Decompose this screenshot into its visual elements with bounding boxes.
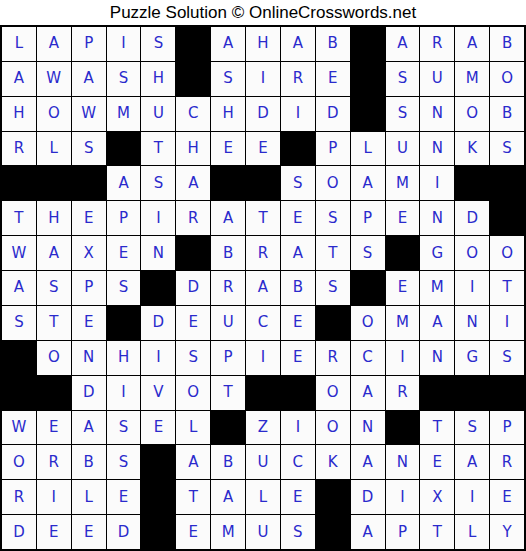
black-cell bbox=[141, 271, 175, 305]
letter-cell: E bbox=[246, 132, 280, 166]
letter-cell: A bbox=[351, 166, 385, 200]
black-cell bbox=[281, 132, 315, 166]
black-cell bbox=[176, 27, 210, 61]
letter-cell: R bbox=[37, 445, 71, 479]
letter-cell: E bbox=[37, 515, 71, 549]
letter-cell: H bbox=[211, 97, 245, 131]
letter-cell: I bbox=[37, 480, 71, 514]
black-cell bbox=[107, 306, 141, 340]
letter-cell: A bbox=[176, 445, 210, 479]
black-cell bbox=[316, 480, 350, 514]
black-cell bbox=[107, 132, 141, 166]
letter-cell: U bbox=[246, 445, 280, 479]
letter-cell: S bbox=[386, 62, 420, 96]
letter-cell: Y bbox=[490, 515, 524, 549]
black-cell bbox=[490, 166, 524, 200]
black-cell bbox=[351, 97, 385, 131]
letter-cell: S bbox=[211, 62, 245, 96]
letter-cell: P bbox=[72, 27, 106, 61]
letter-cell: S bbox=[107, 62, 141, 96]
letter-cell: W bbox=[37, 62, 71, 96]
letter-cell: L bbox=[37, 132, 71, 166]
letter-cell: A bbox=[281, 27, 315, 61]
letter-cell: H bbox=[246, 27, 280, 61]
letter-cell: O bbox=[37, 97, 71, 131]
letter-cell: R bbox=[420, 27, 454, 61]
letter-cell: A bbox=[211, 480, 245, 514]
letter-cell: E bbox=[37, 411, 71, 445]
black-cell bbox=[386, 411, 420, 445]
black-cell bbox=[351, 27, 385, 61]
black-cell bbox=[316, 515, 350, 549]
black-cell bbox=[211, 166, 245, 200]
letter-cell: R bbox=[246, 236, 280, 270]
black-cell bbox=[351, 62, 385, 96]
letter-cell: A bbox=[176, 166, 210, 200]
letter-cell: D bbox=[107, 515, 141, 549]
letter-cell: C bbox=[176, 97, 210, 131]
black-cell bbox=[386, 236, 420, 270]
letter-cell: T bbox=[420, 515, 454, 549]
letter-cell: T bbox=[316, 236, 350, 270]
black-cell bbox=[490, 376, 524, 410]
letter-cell: E bbox=[72, 306, 106, 340]
black-cell bbox=[37, 166, 71, 200]
black-cell bbox=[420, 376, 454, 410]
letter-cell: T bbox=[246, 201, 280, 235]
letter-cell: H bbox=[107, 341, 141, 375]
letter-cell: R bbox=[316, 341, 350, 375]
letter-cell: R bbox=[490, 445, 524, 479]
letter-cell: S bbox=[141, 27, 175, 61]
letter-cell: A bbox=[351, 515, 385, 549]
letter-cell: S bbox=[316, 201, 350, 235]
letter-cell: E bbox=[72, 201, 106, 235]
letter-cell: E bbox=[281, 341, 315, 375]
letter-cell: N bbox=[72, 341, 106, 375]
letter-cell: C bbox=[351, 341, 385, 375]
black-cell bbox=[246, 376, 280, 410]
letter-cell: O bbox=[490, 62, 524, 96]
letter-cell: I bbox=[246, 62, 280, 96]
letter-cell: U bbox=[420, 62, 454, 96]
letter-cell: I bbox=[107, 376, 141, 410]
letter-cell: I bbox=[246, 341, 280, 375]
letter-cell: N bbox=[420, 341, 454, 375]
letter-cell: W bbox=[2, 236, 36, 270]
letter-cell: B bbox=[490, 97, 524, 131]
letter-cell: O bbox=[351, 306, 385, 340]
letter-cell: O bbox=[455, 236, 489, 270]
letter-cell: P bbox=[107, 201, 141, 235]
letter-cell: D bbox=[246, 97, 280, 131]
letter-cell: E bbox=[281, 306, 315, 340]
letter-cell: O bbox=[2, 445, 36, 479]
letter-cell: S bbox=[176, 341, 210, 375]
letter-cell: I bbox=[455, 480, 489, 514]
black-cell bbox=[2, 341, 36, 375]
page-title: Puzzle Solution © OnlineCrosswords.net bbox=[0, 0, 526, 25]
letter-cell: R bbox=[176, 201, 210, 235]
letter-cell: M bbox=[455, 62, 489, 96]
letter-cell: S bbox=[386, 97, 420, 131]
letter-cell: I bbox=[281, 97, 315, 131]
letter-cell: E bbox=[176, 306, 210, 340]
black-cell bbox=[246, 166, 280, 200]
letter-cell: E bbox=[281, 201, 315, 235]
black-cell bbox=[316, 306, 350, 340]
letter-cell: S bbox=[316, 271, 350, 305]
letter-cell: T bbox=[2, 201, 36, 235]
letter-cell: A bbox=[2, 271, 36, 305]
letter-cell: M bbox=[386, 306, 420, 340]
letter-cell: E bbox=[316, 62, 350, 96]
black-cell bbox=[281, 376, 315, 410]
letter-cell: M bbox=[420, 271, 454, 305]
black-cell bbox=[37, 376, 71, 410]
letter-cell: P bbox=[351, 201, 385, 235]
letter-cell: I bbox=[455, 271, 489, 305]
letter-cell: A bbox=[37, 236, 71, 270]
letter-cell: A bbox=[2, 62, 36, 96]
letter-cell: N bbox=[455, 306, 489, 340]
letter-cell: S bbox=[72, 132, 106, 166]
letter-cell: A bbox=[455, 27, 489, 61]
letter-cell: S bbox=[107, 411, 141, 445]
letter-cell: S bbox=[490, 132, 524, 166]
letter-cell: B bbox=[490, 27, 524, 61]
letter-cell: E bbox=[107, 236, 141, 270]
letter-cell: P bbox=[386, 515, 420, 549]
letter-cell: S bbox=[141, 166, 175, 200]
letter-cell: D bbox=[351, 480, 385, 514]
black-cell bbox=[2, 166, 36, 200]
letter-cell: O bbox=[490, 236, 524, 270]
letter-cell: R bbox=[281, 62, 315, 96]
letter-cell: L bbox=[455, 515, 489, 549]
letter-cell: R bbox=[2, 480, 36, 514]
letter-cell: P bbox=[316, 132, 350, 166]
letter-cell: L bbox=[2, 27, 36, 61]
letter-cell: I bbox=[107, 27, 141, 61]
letter-cell: D bbox=[141, 306, 175, 340]
letter-cell: M bbox=[386, 166, 420, 200]
black-cell bbox=[351, 271, 385, 305]
letter-cell: S bbox=[490, 341, 524, 375]
letter-cell: O bbox=[316, 166, 350, 200]
letter-cell: O bbox=[37, 341, 71, 375]
letter-cell: U bbox=[386, 132, 420, 166]
letter-cell: U bbox=[246, 515, 280, 549]
letter-cell: C bbox=[246, 306, 280, 340]
letter-cell: A bbox=[72, 411, 106, 445]
letter-cell: I bbox=[386, 480, 420, 514]
letter-cell: P bbox=[490, 411, 524, 445]
black-cell bbox=[455, 166, 489, 200]
letter-cell: S bbox=[37, 271, 71, 305]
letter-cell: A bbox=[246, 271, 280, 305]
letter-cell: E bbox=[141, 411, 175, 445]
letter-cell: A bbox=[455, 445, 489, 479]
letter-cell: I bbox=[420, 166, 454, 200]
black-cell bbox=[141, 480, 175, 514]
letter-cell: E bbox=[386, 271, 420, 305]
letter-cell: E bbox=[420, 445, 454, 479]
letter-cell: S bbox=[281, 515, 315, 549]
letter-cell: K bbox=[316, 445, 350, 479]
letter-cell: I bbox=[141, 201, 175, 235]
letter-cell: P bbox=[72, 271, 106, 305]
letter-cell: A bbox=[211, 201, 245, 235]
letter-cell: O bbox=[316, 376, 350, 410]
letter-cell: B bbox=[211, 445, 245, 479]
letter-cell: O bbox=[176, 376, 210, 410]
letter-cell: T bbox=[141, 132, 175, 166]
letter-cell: N bbox=[420, 132, 454, 166]
letter-cell: A bbox=[420, 306, 454, 340]
letter-cell: M bbox=[107, 97, 141, 131]
letter-cell: M bbox=[211, 515, 245, 549]
letter-cell: A bbox=[351, 445, 385, 479]
black-cell bbox=[72, 166, 106, 200]
letter-cell: U bbox=[211, 306, 245, 340]
letter-cell: T bbox=[211, 376, 245, 410]
letter-cell: H bbox=[176, 132, 210, 166]
letter-cell: N bbox=[420, 201, 454, 235]
letter-cell: E bbox=[386, 201, 420, 235]
black-cell bbox=[176, 236, 210, 270]
letter-cell: S bbox=[281, 166, 315, 200]
letter-cell: S bbox=[455, 411, 489, 445]
letter-cell: S bbox=[351, 236, 385, 270]
black-cell bbox=[490, 201, 524, 235]
letter-cell: E bbox=[490, 480, 524, 514]
letter-cell: D bbox=[316, 97, 350, 131]
letter-cell: S bbox=[2, 306, 36, 340]
letter-cell: R bbox=[211, 271, 245, 305]
letter-cell: E bbox=[107, 480, 141, 514]
letter-cell: L bbox=[246, 480, 280, 514]
black-cell bbox=[176, 62, 210, 96]
letter-cell: B bbox=[211, 236, 245, 270]
black-cell bbox=[2, 376, 36, 410]
letter-cell: D bbox=[72, 376, 106, 410]
letter-cell: A bbox=[386, 27, 420, 61]
letter-cell: T bbox=[176, 480, 210, 514]
letter-cell: G bbox=[455, 341, 489, 375]
letter-cell: A bbox=[107, 166, 141, 200]
letter-cell: H bbox=[2, 97, 36, 131]
letter-cell: P bbox=[211, 341, 245, 375]
letter-cell: B bbox=[72, 445, 106, 479]
letter-cell: I bbox=[281, 411, 315, 445]
letter-cell: W bbox=[2, 411, 36, 445]
black-cell bbox=[211, 411, 245, 445]
letter-cell: Z bbox=[246, 411, 280, 445]
letter-cell: N bbox=[420, 97, 454, 131]
letter-cell: G bbox=[420, 236, 454, 270]
letter-cell: X bbox=[420, 480, 454, 514]
letter-cell: W bbox=[72, 97, 106, 131]
letter-cell: O bbox=[455, 97, 489, 131]
crossword-grid: LAPISAHABARABAWASHSIRESUMOHOWMUCHDIDSNOB… bbox=[0, 25, 526, 551]
letter-cell: L bbox=[351, 132, 385, 166]
letter-cell: B bbox=[316, 27, 350, 61]
letter-cell: D bbox=[176, 271, 210, 305]
letter-cell: R bbox=[2, 132, 36, 166]
letter-cell: N bbox=[351, 411, 385, 445]
letter-cell: N bbox=[386, 445, 420, 479]
letter-cell: A bbox=[37, 27, 71, 61]
letter-cell: H bbox=[37, 201, 71, 235]
letter-cell: O bbox=[316, 411, 350, 445]
letter-cell: C bbox=[281, 445, 315, 479]
letter-cell: I bbox=[490, 306, 524, 340]
letter-cell: E bbox=[281, 480, 315, 514]
letter-cell: A bbox=[281, 236, 315, 270]
letter-cell: R bbox=[386, 376, 420, 410]
letter-cell: I bbox=[141, 341, 175, 375]
black-cell bbox=[141, 515, 175, 549]
letter-cell: D bbox=[2, 515, 36, 549]
letter-cell: U bbox=[141, 97, 175, 131]
letter-cell: A bbox=[351, 376, 385, 410]
letter-cell: S bbox=[107, 445, 141, 479]
letter-cell: A bbox=[72, 62, 106, 96]
letter-cell: S bbox=[107, 271, 141, 305]
letter-cell: E bbox=[72, 515, 106, 549]
letter-cell: E bbox=[211, 132, 245, 166]
letter-cell: D bbox=[455, 201, 489, 235]
black-cell bbox=[455, 376, 489, 410]
letter-cell: H bbox=[141, 62, 175, 96]
black-cell bbox=[141, 445, 175, 479]
letter-cell: E bbox=[176, 515, 210, 549]
letter-cell: T bbox=[420, 411, 454, 445]
letter-cell: T bbox=[37, 306, 71, 340]
letter-cell: A bbox=[211, 27, 245, 61]
letter-cell: I bbox=[386, 341, 420, 375]
letter-cell: N bbox=[141, 236, 175, 270]
letter-cell: X bbox=[72, 236, 106, 270]
letter-cell: B bbox=[281, 271, 315, 305]
letter-cell: L bbox=[72, 480, 106, 514]
letter-cell: T bbox=[490, 271, 524, 305]
letter-cell: L bbox=[176, 411, 210, 445]
letter-cell: V bbox=[141, 376, 175, 410]
letter-cell: K bbox=[455, 132, 489, 166]
